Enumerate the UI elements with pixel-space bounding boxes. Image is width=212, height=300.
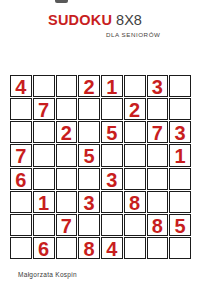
cell-r3c5[interactable]: 5 <box>101 121 123 143</box>
cell-r1c8[interactable] <box>169 75 191 97</box>
cell-r1c6[interactable] <box>124 75 146 97</box>
given-digit: 3 <box>152 77 163 97</box>
given-digit: 2 <box>84 77 95 97</box>
title-grid-size: 8X8 <box>116 12 142 28</box>
cell-r7c4[interactable] <box>78 214 100 236</box>
cell-r7c2[interactable] <box>33 214 55 236</box>
cell-r2c1[interactable] <box>10 98 32 120</box>
given-digit: 5 <box>106 123 117 143</box>
cell-r8c4[interactable]: 8 <box>78 237 100 259</box>
cell-r5c3[interactable] <box>56 168 78 190</box>
given-digit: 7 <box>152 123 163 143</box>
cell-r6c2[interactable]: 1 <box>33 191 55 213</box>
cell-r6c3[interactable] <box>56 191 78 213</box>
cell-r4c8[interactable]: 1 <box>169 144 191 166</box>
cell-r1c2[interactable] <box>33 75 55 97</box>
cell-r3c7[interactable]: 7 <box>147 121 169 143</box>
cell-r5c5[interactable]: 3 <box>101 168 123 190</box>
given-digit: 3 <box>106 169 117 189</box>
cell-r8c1[interactable] <box>10 237 32 259</box>
cell-r3c8[interactable]: 3 <box>169 121 191 143</box>
cell-r7c6[interactable] <box>124 214 146 236</box>
cell-r6c4[interactable]: 3 <box>78 191 100 213</box>
cell-r4c1[interactable]: 7 <box>10 144 32 166</box>
title-sudoku: SUDOKU <box>48 12 112 28</box>
cell-r4c5[interactable] <box>101 144 123 166</box>
cell-r4c4[interactable]: 5 <box>78 144 100 166</box>
given-digit: 3 <box>175 123 186 143</box>
cell-r5c4[interactable] <box>78 168 100 190</box>
sudoku-grid: 421372257375163138785684 <box>10 75 191 259</box>
given-digit: 7 <box>15 146 26 166</box>
cell-r2c4[interactable] <box>78 98 100 120</box>
cell-r5c2[interactable] <box>33 168 55 190</box>
given-digit: 5 <box>84 146 95 166</box>
cell-r8c8[interactable] <box>169 237 191 259</box>
given-digit: 1 <box>175 146 186 166</box>
given-digit: 1 <box>106 77 117 97</box>
cell-r1c7[interactable]: 3 <box>147 75 169 97</box>
book-cover-page: SUDOKU8X8 DLA SENIORÓW 42137225737516313… <box>0 0 212 300</box>
cell-r1c4[interactable]: 2 <box>78 75 100 97</box>
cell-r8c2[interactable]: 6 <box>33 237 55 259</box>
given-digit: 7 <box>38 100 49 120</box>
cell-r6c8[interactable] <box>169 191 191 213</box>
cell-r5c6[interactable] <box>124 168 146 190</box>
cell-r5c1[interactable]: 6 <box>10 168 32 190</box>
cell-r4c3[interactable] <box>56 144 78 166</box>
cell-r8c7[interactable] <box>147 237 169 259</box>
cell-r7c7[interactable]: 8 <box>147 214 169 236</box>
cell-r6c6[interactable]: 8 <box>124 191 146 213</box>
cell-r3c1[interactable] <box>10 121 32 143</box>
given-digit: 8 <box>129 192 140 212</box>
given-digit: 2 <box>129 100 140 120</box>
top-edge-mark <box>55 0 68 3</box>
given-digit: 2 <box>61 123 72 143</box>
cell-r2c2[interactable]: 7 <box>33 98 55 120</box>
given-digit: 3 <box>84 192 95 212</box>
cell-r4c6[interactable] <box>124 144 146 166</box>
cell-r7c5[interactable] <box>101 214 123 236</box>
given-digit: 5 <box>175 215 186 235</box>
given-digit: 4 <box>106 238 117 258</box>
cell-r4c7[interactable] <box>147 144 169 166</box>
cell-r2c6[interactable]: 2 <box>124 98 146 120</box>
cell-r5c7[interactable] <box>147 168 169 190</box>
given-digit: 8 <box>152 215 163 235</box>
cell-r1c5[interactable]: 1 <box>101 75 123 97</box>
cell-r3c2[interactable] <box>33 121 55 143</box>
cell-r8c3[interactable] <box>56 237 78 259</box>
given-digit: 4 <box>15 77 26 97</box>
cell-r4c2[interactable] <box>33 144 55 166</box>
cell-r3c3[interactable]: 2 <box>56 121 78 143</box>
cell-r2c5[interactable] <box>101 98 123 120</box>
cell-r5c8[interactable] <box>169 168 191 190</box>
cell-r3c6[interactable] <box>124 121 146 143</box>
cell-r8c6[interactable] <box>124 237 146 259</box>
given-digit: 6 <box>38 238 49 258</box>
cell-r2c8[interactable] <box>169 98 191 120</box>
cell-r6c5[interactable] <box>101 191 123 213</box>
cell-r2c7[interactable] <box>147 98 169 120</box>
page-title: SUDOKU8X8 <box>0 13 190 29</box>
cell-r1c1[interactable]: 4 <box>10 75 32 97</box>
cell-r7c1[interactable] <box>10 214 32 236</box>
subtitle-dla-seniorow: DLA SENIORÓW <box>106 31 166 38</box>
cell-r6c7[interactable] <box>147 191 169 213</box>
cell-r6c1[interactable] <box>10 191 32 213</box>
cell-r1c3[interactable] <box>56 75 78 97</box>
given-digit: 1 <box>38 192 49 212</box>
cell-r8c5[interactable]: 4 <box>101 237 123 259</box>
cell-r7c3[interactable]: 7 <box>56 214 78 236</box>
given-digit: 7 <box>61 215 72 235</box>
cell-r2c3[interactable] <box>56 98 78 120</box>
given-digit: 6 <box>15 169 26 189</box>
cell-r7c8[interactable]: 5 <box>169 214 191 236</box>
given-digit: 8 <box>84 238 95 258</box>
author-name: Małgorzata Kospin <box>18 271 77 278</box>
cell-r3c4[interactable] <box>78 121 100 143</box>
